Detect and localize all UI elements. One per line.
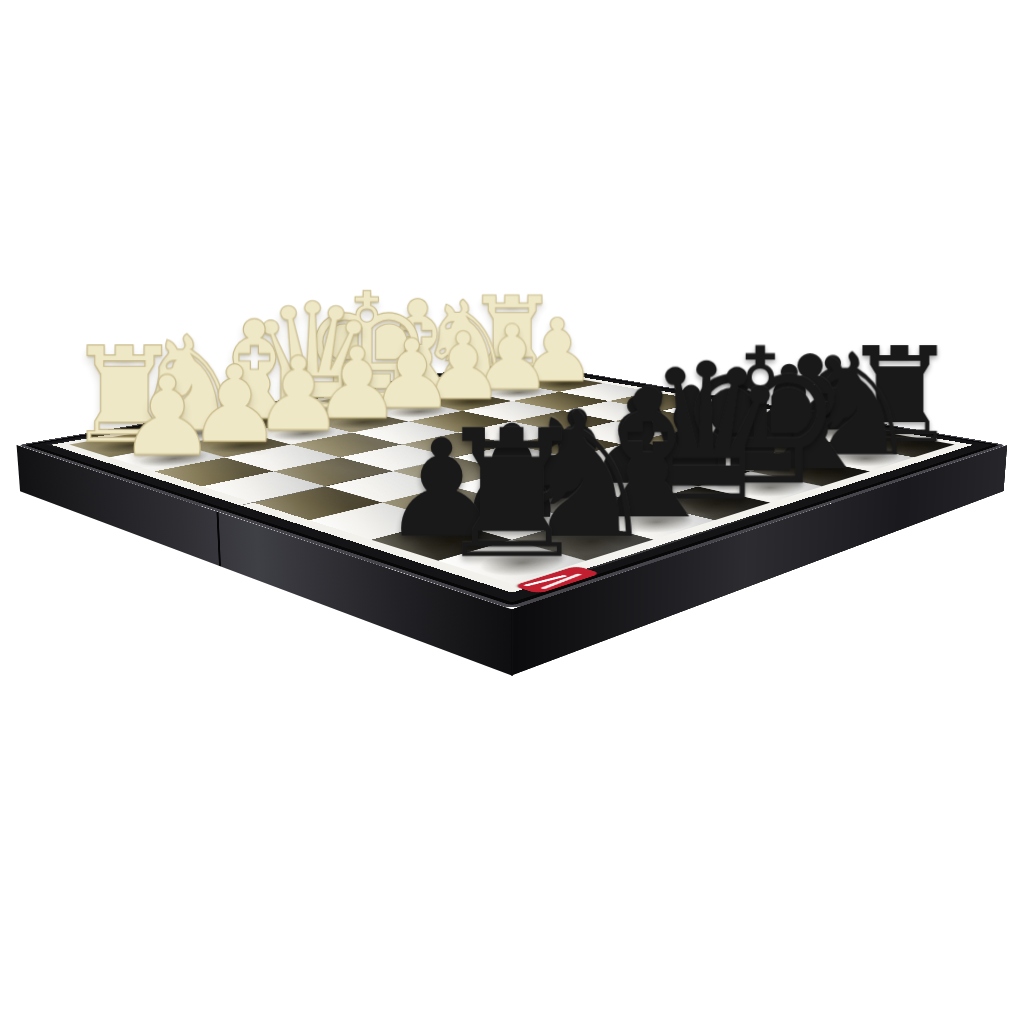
black-rook[interactable]: ♜ bbox=[433, 407, 591, 583]
product-photo: ♜♞♝♛♚♝♞♜♟♟♟♟♟♟♟♟♟♟♟♟♟♟♟♟♜♞♝♛♚♝♞♜ bbox=[0, 0, 1024, 1024]
chess-scene: ♜♞♝♛♚♝♞♜♟♟♟♟♟♟♟♟♟♟♟♟♟♟♟♟♜♞♝♛♚♝♞♜ bbox=[0, 0, 1024, 1024]
board-margin: ♜♞♝♛♚♝♞♜♟♟♟♟♟♟♟♟♟♟♟♟♟♟♟♟♜♞♝♛♚♝♞♜ bbox=[51, 365, 973, 593]
chess-board: ♜♞♝♛♚♝♞♜♟♟♟♟♟♟♟♟♟♟♟♟♟♟♟♟♜♞♝♛♚♝♞♜ bbox=[17, 361, 1007, 609]
white-pawn[interactable]: ♟ bbox=[118, 361, 217, 471]
